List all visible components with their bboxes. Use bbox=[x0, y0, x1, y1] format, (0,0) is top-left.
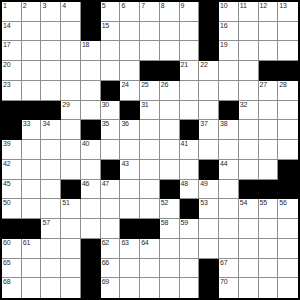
clue-number-37: 37 bbox=[200, 120, 207, 128]
white-cell-r0c8[interactable]: 8 bbox=[160, 2, 180, 22]
white-cell-r6c14[interactable] bbox=[278, 120, 298, 140]
clue-number-36: 36 bbox=[121, 120, 128, 128]
white-cell-r4c10[interactable] bbox=[199, 81, 219, 101]
white-cell-r3c4[interactable] bbox=[81, 61, 101, 81]
black-cell-r11c7 bbox=[140, 219, 160, 239]
black-cell-r11c1 bbox=[22, 219, 42, 239]
white-cell-r10c12[interactable]: 54 bbox=[239, 199, 259, 219]
white-cell-r12c5[interactable]: 62 bbox=[101, 239, 121, 259]
black-cell-r10c9 bbox=[180, 199, 200, 219]
white-cell-r9c5[interactable]: 47 bbox=[101, 180, 121, 200]
white-cell-r12c0[interactable]: 60 bbox=[2, 239, 22, 259]
clue-number-30: 30 bbox=[102, 101, 109, 109]
white-cell-r4c4[interactable] bbox=[81, 81, 101, 101]
white-cell-r1c11[interactable]: 16 bbox=[219, 22, 239, 42]
white-cell-r1c12[interactable] bbox=[239, 22, 259, 42]
white-cell-r13c3[interactable] bbox=[61, 259, 81, 279]
clue-number-2: 2 bbox=[23, 2, 27, 10]
white-cell-r9c1[interactable] bbox=[22, 180, 42, 200]
white-cell-r0c7[interactable]: 7 bbox=[140, 2, 160, 22]
white-cell-r4c13[interactable]: 27 bbox=[259, 81, 279, 101]
white-cell-r3c12[interactable] bbox=[239, 61, 259, 81]
white-cell-r1c6[interactable] bbox=[120, 22, 140, 42]
white-cell-r0c5[interactable]: 5 bbox=[101, 2, 121, 22]
black-cell-r1c10 bbox=[199, 22, 219, 42]
white-cell-r13c6[interactable] bbox=[120, 259, 140, 279]
white-cell-r9c9[interactable]: 48 bbox=[180, 180, 200, 200]
white-cell-r4c1[interactable] bbox=[22, 81, 42, 101]
white-cell-r13c13[interactable] bbox=[259, 259, 279, 279]
white-cell-r9c6[interactable] bbox=[120, 180, 140, 200]
clue-number-3: 3 bbox=[42, 2, 46, 10]
white-cell-r11c4[interactable] bbox=[81, 219, 101, 239]
white-cell-r7c11[interactable] bbox=[219, 140, 239, 160]
clue-number-1: 1 bbox=[3, 2, 7, 10]
white-cell-r9c10[interactable]: 49 bbox=[199, 180, 219, 200]
white-cell-r8c13[interactable] bbox=[259, 160, 279, 180]
black-cell-r6c9 bbox=[180, 120, 200, 140]
black-cell-r5c11 bbox=[219, 101, 239, 121]
black-cell-r5c6 bbox=[120, 101, 140, 121]
clue-number-67: 67 bbox=[220, 259, 227, 267]
white-cell-r11c10[interactable] bbox=[199, 219, 219, 239]
clue-number-11: 11 bbox=[240, 2, 247, 10]
white-cell-r13c5[interactable]: 66 bbox=[101, 259, 121, 279]
clue-number-27: 27 bbox=[260, 81, 267, 89]
white-cell-r0c11[interactable]: 10 bbox=[219, 2, 239, 22]
clue-number-46: 46 bbox=[82, 180, 89, 188]
clue-number-4: 4 bbox=[62, 2, 66, 10]
white-cell-r9c11[interactable] bbox=[219, 180, 239, 200]
white-cell-r1c2[interactable] bbox=[41, 22, 61, 42]
black-cell-r0c10 bbox=[199, 2, 219, 22]
clue-number-20: 20 bbox=[3, 61, 10, 69]
clue-number-18: 18 bbox=[82, 41, 89, 49]
white-cell-r14c5[interactable]: 69 bbox=[101, 278, 121, 298]
white-cell-r8c0[interactable]: 42 bbox=[2, 160, 22, 180]
white-cell-r12c10[interactable] bbox=[199, 239, 219, 259]
black-cell-r2c10 bbox=[199, 41, 219, 61]
white-cell-r5c10[interactable] bbox=[199, 101, 219, 121]
white-cell-r8c1[interactable] bbox=[22, 160, 42, 180]
clue-number-50: 50 bbox=[3, 199, 10, 207]
white-cell-r3c3[interactable] bbox=[61, 61, 81, 81]
black-cell-r8c10 bbox=[199, 160, 219, 180]
white-cell-r4c3[interactable] bbox=[61, 81, 81, 101]
black-cell-r8c5 bbox=[101, 160, 121, 180]
white-cell-r1c0[interactable]: 14 bbox=[2, 22, 22, 42]
white-cell-r7c2[interactable] bbox=[41, 140, 61, 160]
crossword-grid: 1234567891011121314151617181920212223242… bbox=[0, 0, 300, 300]
white-cell-r10c14[interactable]: 56 bbox=[278, 199, 298, 219]
white-cell-r2c3[interactable] bbox=[61, 41, 81, 61]
clue-number-23: 23 bbox=[3, 81, 10, 89]
clue-number-40: 40 bbox=[82, 140, 89, 148]
white-cell-r8c12[interactable] bbox=[239, 160, 259, 180]
white-cell-r12c11[interactable] bbox=[219, 239, 239, 259]
clue-number-34: 34 bbox=[42, 120, 49, 128]
white-cell-r9c7[interactable] bbox=[140, 180, 160, 200]
white-cell-r1c3[interactable] bbox=[61, 22, 81, 42]
black-cell-r9c8 bbox=[160, 180, 180, 200]
clue-number-5: 5 bbox=[102, 2, 106, 10]
white-cell-r0c2[interactable]: 3 bbox=[41, 2, 61, 22]
white-cell-r6c6[interactable]: 36 bbox=[120, 120, 140, 140]
white-cell-r14c7[interactable] bbox=[140, 278, 160, 298]
clue-number-53: 53 bbox=[200, 199, 207, 207]
white-cell-r7c1[interactable] bbox=[22, 140, 42, 160]
white-cell-r5c9[interactable] bbox=[180, 101, 200, 121]
white-cell-r1c14[interactable] bbox=[278, 22, 298, 42]
white-cell-r13c12[interactable] bbox=[239, 259, 259, 279]
white-cell-r6c13[interactable] bbox=[259, 120, 279, 140]
white-cell-r0c13[interactable]: 12 bbox=[259, 2, 279, 22]
white-cell-r9c2[interactable] bbox=[41, 180, 61, 200]
white-cell-r0c14[interactable]: 13 bbox=[278, 2, 298, 22]
black-cell-r3c7 bbox=[140, 61, 160, 81]
white-cell-r8c11[interactable]: 44 bbox=[219, 160, 239, 180]
clue-number-32: 32 bbox=[240, 101, 247, 109]
white-cell-r1c13[interactable] bbox=[259, 22, 279, 42]
white-cell-r8c7[interactable] bbox=[140, 160, 160, 180]
clue-number-43: 43 bbox=[121, 160, 128, 168]
white-cell-r5c4[interactable] bbox=[81, 101, 101, 121]
black-cell-r9c12 bbox=[239, 180, 259, 200]
clue-number-17: 17 bbox=[3, 41, 10, 49]
white-cell-r9c0[interactable]: 45 bbox=[2, 180, 22, 200]
clue-number-35: 35 bbox=[102, 120, 109, 128]
clue-number-39: 39 bbox=[3, 140, 10, 148]
white-cell-r4c0[interactable]: 23 bbox=[2, 81, 22, 101]
white-cell-r4c2[interactable] bbox=[41, 81, 61, 101]
white-cell-r13c1[interactable] bbox=[22, 259, 42, 279]
white-cell-r4c12[interactable] bbox=[239, 81, 259, 101]
black-cell-r9c13 bbox=[259, 180, 279, 200]
black-cell-r5c1 bbox=[22, 101, 42, 121]
white-cell-r2c14[interactable] bbox=[278, 41, 298, 61]
white-cell-r6c12[interactable] bbox=[239, 120, 259, 140]
black-cell-r3c8 bbox=[160, 61, 180, 81]
white-cell-r7c3[interactable] bbox=[61, 140, 81, 160]
clue-number-25: 25 bbox=[141, 81, 148, 89]
clue-number-12: 12 bbox=[260, 2, 267, 10]
white-cell-r7c13[interactable] bbox=[259, 140, 279, 160]
white-cell-r10c8[interactable]: 52 bbox=[160, 199, 180, 219]
white-cell-r12c7[interactable]: 64 bbox=[140, 239, 160, 259]
white-cell-r10c5[interactable] bbox=[101, 199, 121, 219]
clue-number-47: 47 bbox=[102, 180, 109, 188]
white-cell-r4c9[interactable] bbox=[180, 81, 200, 101]
white-cell-r0c9[interactable]: 9 bbox=[180, 2, 200, 22]
clue-number-28: 28 bbox=[279, 81, 286, 89]
white-cell-r6c10[interactable]: 37 bbox=[199, 120, 219, 140]
white-cell-r10c0[interactable]: 50 bbox=[2, 199, 22, 219]
clue-number-49: 49 bbox=[200, 180, 207, 188]
white-cell-r1c8[interactable] bbox=[160, 22, 180, 42]
white-cell-r10c6[interactable] bbox=[120, 199, 140, 219]
white-cell-r2c8[interactable] bbox=[160, 41, 180, 61]
white-cell-r14c12[interactable] bbox=[239, 278, 259, 298]
white-cell-r7c9[interactable]: 41 bbox=[180, 140, 200, 160]
white-cell-r11c13[interactable] bbox=[259, 219, 279, 239]
white-cell-r3c0[interactable]: 20 bbox=[2, 61, 22, 81]
white-cell-r1c5[interactable]: 15 bbox=[101, 22, 121, 42]
white-cell-r0c0[interactable]: 1 bbox=[2, 2, 22, 22]
clue-number-60: 60 bbox=[3, 239, 10, 247]
clue-number-14: 14 bbox=[3, 22, 10, 30]
white-cell-r14c14[interactable] bbox=[278, 278, 298, 298]
black-cell-r9c3 bbox=[61, 180, 81, 200]
white-cell-r4c11[interactable] bbox=[219, 81, 239, 101]
white-cell-r8c4[interactable] bbox=[81, 160, 101, 180]
white-cell-r3c5[interactable] bbox=[101, 61, 121, 81]
black-cell-r5c0 bbox=[2, 101, 22, 121]
clue-number-21: 21 bbox=[181, 61, 188, 69]
white-cell-r3c1[interactable] bbox=[22, 61, 42, 81]
white-cell-r0c1[interactable]: 2 bbox=[22, 2, 42, 22]
white-cell-r4c6[interactable]: 24 bbox=[120, 81, 140, 101]
black-cell-r13c4 bbox=[81, 259, 101, 279]
white-cell-r2c6[interactable] bbox=[120, 41, 140, 61]
white-cell-r11c2[interactable]: 57 bbox=[41, 219, 61, 239]
clue-number-51: 51 bbox=[62, 199, 69, 207]
black-cell-r5c2 bbox=[41, 101, 61, 121]
white-cell-r6c8[interactable] bbox=[160, 120, 180, 140]
clue-number-65: 65 bbox=[3, 259, 10, 267]
clue-number-22: 22 bbox=[200, 61, 207, 69]
white-cell-r12c8[interactable] bbox=[160, 239, 180, 259]
white-cell-r13c9[interactable] bbox=[180, 259, 200, 279]
clue-number-6: 6 bbox=[121, 2, 125, 10]
white-cell-r4c7[interactable]: 25 bbox=[140, 81, 160, 101]
white-cell-r6c7[interactable] bbox=[140, 120, 160, 140]
white-cell-r0c3[interactable]: 4 bbox=[61, 2, 81, 22]
clue-number-9: 9 bbox=[181, 2, 185, 10]
black-cell-r11c6 bbox=[120, 219, 140, 239]
clue-number-19: 19 bbox=[220, 41, 227, 49]
clue-number-38: 38 bbox=[220, 120, 227, 128]
white-cell-r0c12[interactable]: 11 bbox=[239, 2, 259, 22]
white-cell-r14c9[interactable] bbox=[180, 278, 200, 298]
white-cell-r3c10[interactable]: 22 bbox=[199, 61, 219, 81]
white-cell-r7c5[interactable] bbox=[101, 140, 121, 160]
white-cell-r3c9[interactable]: 21 bbox=[180, 61, 200, 81]
white-cell-r10c7[interactable] bbox=[140, 199, 160, 219]
white-cell-r3c11[interactable] bbox=[219, 61, 239, 81]
black-cell-r6c4 bbox=[81, 120, 101, 140]
clue-number-68: 68 bbox=[3, 278, 10, 286]
white-cell-r14c6[interactable] bbox=[120, 278, 140, 298]
white-cell-r10c13[interactable]: 55 bbox=[259, 199, 279, 219]
clue-number-44: 44 bbox=[220, 160, 227, 168]
black-cell-r8c14 bbox=[278, 160, 298, 180]
clue-number-8: 8 bbox=[161, 2, 165, 10]
white-cell-r2c12[interactable] bbox=[239, 41, 259, 61]
clue-number-31: 31 bbox=[141, 101, 148, 109]
clue-number-29: 29 bbox=[62, 101, 69, 109]
clue-number-16: 16 bbox=[220, 22, 227, 30]
white-cell-r8c2[interactable] bbox=[41, 160, 61, 180]
black-cell-r4c5 bbox=[101, 81, 121, 101]
white-cell-r12c2[interactable] bbox=[41, 239, 61, 259]
white-cell-r12c1[interactable]: 61 bbox=[22, 239, 42, 259]
white-cell-r1c7[interactable] bbox=[140, 22, 160, 42]
white-cell-r13c7[interactable] bbox=[140, 259, 160, 279]
white-cell-r12c6[interactable]: 63 bbox=[120, 239, 140, 259]
white-cell-r1c1[interactable] bbox=[22, 22, 42, 42]
white-cell-r10c1[interactable] bbox=[22, 199, 42, 219]
white-cell-r8c6[interactable]: 43 bbox=[120, 160, 140, 180]
white-cell-r4c8[interactable]: 26 bbox=[160, 81, 180, 101]
white-cell-r2c9[interactable] bbox=[180, 41, 200, 61]
white-cell-r14c13[interactable] bbox=[259, 278, 279, 298]
white-cell-r14c11[interactable]: 70 bbox=[219, 278, 239, 298]
white-cell-r11c5[interactable] bbox=[101, 219, 121, 239]
clue-number-55: 55 bbox=[260, 199, 267, 207]
black-cell-r3c13 bbox=[259, 61, 279, 81]
white-cell-r3c6[interactable] bbox=[120, 61, 140, 81]
clue-number-62: 62 bbox=[102, 239, 109, 247]
white-cell-r11c12[interactable] bbox=[239, 219, 259, 239]
white-cell-r6c11[interactable]: 38 bbox=[219, 120, 239, 140]
white-cell-r2c0[interactable]: 17 bbox=[2, 41, 22, 61]
white-cell-r14c3[interactable] bbox=[61, 278, 81, 298]
white-cell-r5c8[interactable] bbox=[160, 101, 180, 121]
black-cell-r14c4 bbox=[81, 278, 101, 298]
white-cell-r2c2[interactable] bbox=[41, 41, 61, 61]
white-cell-r5c12[interactable]: 32 bbox=[239, 101, 259, 121]
clue-number-45: 45 bbox=[3, 180, 10, 188]
white-cell-r5c5[interactable]: 30 bbox=[101, 101, 121, 121]
white-cell-r14c1[interactable] bbox=[22, 278, 42, 298]
white-cell-r10c4[interactable] bbox=[81, 199, 101, 219]
white-cell-r13c2[interactable] bbox=[41, 259, 61, 279]
white-cell-r10c3[interactable]: 51 bbox=[61, 199, 81, 219]
black-cell-r0c4 bbox=[81, 2, 101, 22]
white-cell-r7c6[interactable] bbox=[120, 140, 140, 160]
white-cell-r8c3[interactable] bbox=[61, 160, 81, 180]
clue-number-15: 15 bbox=[102, 22, 109, 30]
clue-number-41: 41 bbox=[181, 140, 188, 148]
white-cell-r11c11[interactable] bbox=[219, 219, 239, 239]
black-cell-r13c10 bbox=[199, 259, 219, 279]
white-cell-r12c12[interactable] bbox=[239, 239, 259, 259]
white-cell-r10c10[interactable]: 53 bbox=[199, 199, 219, 219]
clue-number-57: 57 bbox=[42, 219, 49, 227]
white-cell-r12c14[interactable] bbox=[278, 239, 298, 259]
white-cell-r14c2[interactable] bbox=[41, 278, 61, 298]
white-cell-r2c5[interactable] bbox=[101, 41, 121, 61]
clue-number-61: 61 bbox=[23, 239, 30, 247]
clue-number-69: 69 bbox=[102, 278, 109, 286]
white-cell-r2c1[interactable] bbox=[22, 41, 42, 61]
white-cell-r6c5[interactable]: 35 bbox=[101, 120, 121, 140]
clue-number-54: 54 bbox=[240, 199, 247, 207]
white-cell-r2c13[interactable] bbox=[259, 41, 279, 61]
clue-number-52: 52 bbox=[161, 199, 168, 207]
clue-number-10: 10 bbox=[220, 2, 227, 10]
white-cell-r7c12[interactable] bbox=[239, 140, 259, 160]
clue-number-13: 13 bbox=[279, 2, 286, 10]
white-cell-r6c1[interactable]: 33 bbox=[22, 120, 42, 140]
white-cell-r13c8[interactable] bbox=[160, 259, 180, 279]
white-cell-r7c10[interactable] bbox=[199, 140, 219, 160]
white-cell-r6c2[interactable]: 34 bbox=[41, 120, 61, 140]
white-cell-r13c11[interactable]: 67 bbox=[219, 259, 239, 279]
black-cell-r6c0 bbox=[2, 120, 22, 140]
white-cell-r10c11[interactable] bbox=[219, 199, 239, 219]
white-cell-r5c14[interactable] bbox=[278, 101, 298, 121]
white-cell-r5c3[interactable]: 29 bbox=[61, 101, 81, 121]
white-cell-r1c9[interactable] bbox=[180, 22, 200, 42]
clue-number-58: 58 bbox=[161, 219, 168, 227]
white-cell-r14c0[interactable]: 68 bbox=[2, 278, 22, 298]
clue-number-64: 64 bbox=[141, 239, 148, 247]
black-cell-r12c4 bbox=[81, 239, 101, 259]
white-cell-r5c7[interactable]: 31 bbox=[140, 101, 160, 121]
white-cell-r13c14[interactable] bbox=[278, 259, 298, 279]
clue-number-66: 66 bbox=[102, 259, 109, 267]
white-cell-r11c14[interactable] bbox=[278, 219, 298, 239]
white-cell-r13c0[interactable]: 65 bbox=[2, 259, 22, 279]
white-cell-r2c4[interactable]: 18 bbox=[81, 41, 101, 61]
black-cell-r3c14 bbox=[278, 61, 298, 81]
black-cell-r14c10 bbox=[199, 278, 219, 298]
white-cell-r2c7[interactable] bbox=[140, 41, 160, 61]
white-cell-r11c8[interactable]: 58 bbox=[160, 219, 180, 239]
white-cell-r11c3[interactable] bbox=[61, 219, 81, 239]
white-cell-r12c9[interactable] bbox=[180, 239, 200, 259]
clue-number-59: 59 bbox=[181, 219, 188, 227]
white-cell-r7c0[interactable]: 39 bbox=[2, 140, 22, 160]
white-cell-r6c3[interactable] bbox=[61, 120, 81, 140]
clue-number-56: 56 bbox=[279, 199, 286, 207]
white-cell-r4c14[interactable]: 28 bbox=[278, 81, 298, 101]
white-cell-r7c4[interactable]: 40 bbox=[81, 140, 101, 160]
white-cell-r3c2[interactable] bbox=[41, 61, 61, 81]
white-cell-r12c3[interactable] bbox=[61, 239, 81, 259]
clue-number-7: 7 bbox=[141, 2, 145, 10]
white-cell-r7c14[interactable] bbox=[278, 140, 298, 160]
black-cell-r9c14 bbox=[278, 180, 298, 200]
clue-number-33: 33 bbox=[23, 120, 30, 128]
clue-number-63: 63 bbox=[121, 239, 128, 247]
white-cell-r14c8[interactable] bbox=[160, 278, 180, 298]
white-cell-r7c8[interactable] bbox=[160, 140, 180, 160]
white-cell-r2c11[interactable]: 19 bbox=[219, 41, 239, 61]
white-cell-r7c7[interactable] bbox=[140, 140, 160, 160]
clue-number-24: 24 bbox=[121, 81, 128, 89]
clue-number-26: 26 bbox=[161, 81, 168, 89]
clue-number-42: 42 bbox=[3, 160, 10, 168]
white-cell-r11c9[interactable]: 59 bbox=[180, 219, 200, 239]
black-cell-r1c4 bbox=[81, 22, 101, 42]
white-cell-r0c6[interactable]: 6 bbox=[120, 2, 140, 22]
white-cell-r5c13[interactable] bbox=[259, 101, 279, 121]
clue-number-70: 70 bbox=[220, 278, 227, 286]
white-cell-r10c2[interactable] bbox=[41, 199, 61, 219]
black-cell-r11c0 bbox=[2, 219, 22, 239]
white-cell-r9c4[interactable]: 46 bbox=[81, 180, 101, 200]
clue-number-48: 48 bbox=[181, 180, 188, 188]
white-cell-r8c8[interactable] bbox=[160, 160, 180, 180]
white-cell-r8c9[interactable] bbox=[180, 160, 200, 180]
white-cell-r12c13[interactable] bbox=[259, 239, 279, 259]
